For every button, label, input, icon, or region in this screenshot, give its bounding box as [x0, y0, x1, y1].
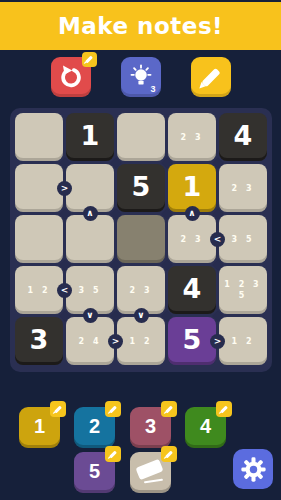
numpad-button-5[interactable]: 5	[74, 452, 115, 493]
pencil-icon	[165, 450, 173, 458]
note-badge	[50, 401, 66, 417]
pencil-icon	[165, 405, 173, 413]
numpad-button-3[interactable]: 3	[130, 407, 171, 448]
cell-notes: 3 5	[70, 285, 110, 296]
cell-value: 5	[132, 173, 151, 203]
hint-button[interactable]: 3	[121, 57, 161, 97]
grid-cell-r1c1[interactable]	[15, 113, 63, 161]
cell-notes: 2 3	[172, 234, 212, 245]
numpad-button-label: 1	[34, 415, 45, 440]
note-badge	[161, 446, 177, 462]
grid-cell-r4c5[interactable]: 1 2 3 5	[219, 266, 267, 314]
grid-cell-r5c5[interactable]: 1 2	[219, 317, 267, 365]
inequality-r4c3-r5c3: ∨	[134, 308, 149, 323]
cell-value: 4	[183, 275, 202, 305]
pencil-icon	[220, 405, 228, 413]
note-badge	[105, 446, 121, 462]
note-badge	[161, 401, 177, 417]
note-badge	[105, 401, 121, 417]
grid-cell-r3c1[interactable]	[15, 215, 63, 263]
grid-cell-r2c4[interactable]: 1	[168, 164, 216, 212]
cell-notes: 2 3	[172, 132, 212, 143]
pencil-icon	[54, 405, 62, 413]
cell-value: 1	[183, 173, 202, 203]
grid-cell-r3c2[interactable]	[66, 215, 114, 263]
board: 12 34512 32 33 51 23 52 341 2 3 532 41 2…	[10, 108, 272, 372]
grid-cell-r2c3[interactable]: 5	[117, 164, 165, 212]
cell-notes: 3 5	[223, 234, 263, 245]
inequality-r2c4-r3c4: ∧	[185, 206, 200, 221]
eraser-button[interactable]	[130, 452, 171, 493]
grid-cell-r5c4[interactable]: 5	[168, 317, 216, 365]
numpad-button-2[interactable]: 2	[74, 407, 115, 448]
note-badge	[216, 401, 232, 417]
numpad-button-label: 4	[200, 415, 211, 440]
undo-button[interactable]	[51, 57, 91, 97]
cell-value: 1	[81, 122, 100, 152]
cell-value: 5	[183, 326, 202, 356]
toolbar: 3	[0, 57, 281, 97]
cell-notes: 1 2 3 5	[223, 279, 263, 301]
grid-cell-r1c2[interactable]: 1	[66, 113, 114, 161]
undo-icon	[58, 64, 84, 90]
cell-notes: 2 4	[70, 336, 110, 347]
numpad-button-4[interactable]: 4	[185, 407, 226, 448]
grid-cell-r1c4[interactable]: 2 3	[168, 113, 216, 161]
inequality-r4c2-r5c2: ∨	[83, 308, 98, 323]
grid-cell-r5c3[interactable]: 1 2	[117, 317, 165, 365]
eraser-icon	[136, 461, 166, 485]
pencil-icon	[201, 67, 220, 86]
settings-button[interactable]	[233, 449, 273, 489]
grid-cell-r4c2[interactable]: 3 5	[66, 266, 114, 314]
grid-cell-r2c2[interactable]	[66, 164, 114, 212]
grid: 12 34512 32 33 51 23 52 341 2 3 532 41 2…	[15, 113, 267, 365]
grid-cell-r4c4[interactable]: 4	[168, 266, 216, 314]
numpad-button-1[interactable]: 1	[19, 407, 60, 448]
inequality-r4c1-r4c2: <	[57, 283, 72, 298]
grid-cell-r1c5[interactable]: 4	[219, 113, 267, 161]
banner: Make notes!	[0, 2, 281, 50]
numpad-button-label: 5	[89, 460, 100, 485]
cell-notes: 1 2	[121, 336, 161, 347]
numpad-button-label: 2	[89, 415, 100, 440]
hint-count: 3	[150, 84, 155, 94]
cell-notes: 1 2	[19, 285, 59, 296]
cell-value: 4	[234, 122, 253, 152]
banner-title: Make notes!	[58, 13, 223, 39]
grid-cell-r1c3[interactable]	[117, 113, 165, 161]
cell-notes: 2 3	[223, 183, 263, 194]
cell-value: 3	[30, 326, 49, 356]
gear-icon	[240, 456, 267, 483]
grid-cell-r3c3[interactable]	[117, 215, 165, 263]
pencil-icon	[109, 450, 117, 458]
grid-cell-r4c3[interactable]: 2 3	[117, 266, 165, 314]
undo-note-badge	[82, 52, 97, 67]
inequality-r3c4-r3c5: <	[210, 232, 225, 247]
pencil-icon	[109, 405, 117, 413]
notes-mode-button[interactable]	[191, 57, 231, 97]
grid-cell-r5c2[interactable]: 2 4	[66, 317, 114, 365]
numpad-button-label: 3	[145, 415, 156, 440]
grid-cell-r4c1[interactable]: 1 2	[15, 266, 63, 314]
grid-cell-r2c5[interactable]: 2 3	[219, 164, 267, 212]
inequality-r5c2-r5c3: >	[108, 334, 123, 349]
cell-notes: 1 2	[223, 336, 263, 347]
grid-cell-r3c5[interactable]: 3 5	[219, 215, 267, 263]
grid-cell-r2c1[interactable]	[15, 164, 63, 212]
inequality-r2c1-r2c2: >	[57, 181, 72, 196]
inequality-r2c2-r3c2: ∧	[83, 206, 98, 221]
pencil-icon	[85, 56, 93, 64]
app-screen: Make notes!	[0, 0, 281, 500]
grid-cell-r5c1[interactable]: 3	[15, 317, 63, 365]
inequality-r5c4-r5c5: >	[210, 334, 225, 349]
cell-notes: 2 3	[121, 285, 161, 296]
grid-cell-r3c4[interactable]: 2 3	[168, 215, 216, 263]
